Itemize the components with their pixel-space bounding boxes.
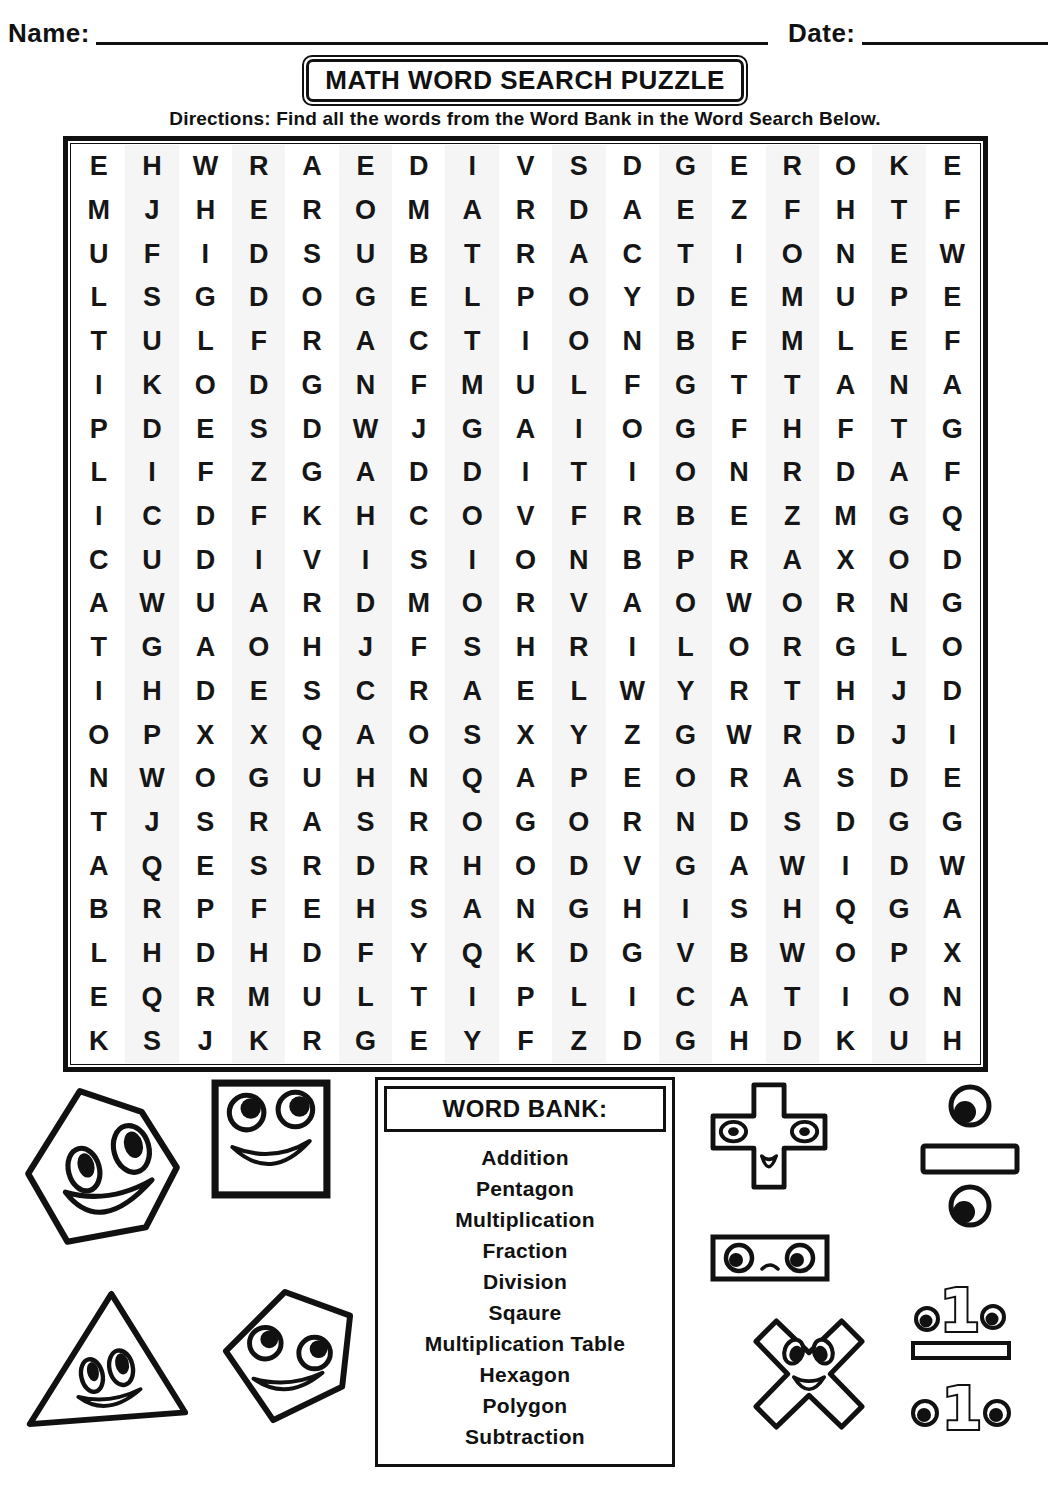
grid-cell[interactable]: O	[606, 407, 659, 451]
grid-cell[interactable]: F	[232, 888, 285, 932]
grid-cell[interactable]: G	[339, 1019, 392, 1063]
grid-cell[interactable]: A	[339, 320, 392, 364]
grid-cell[interactable]: S	[392, 888, 445, 932]
grid-cell[interactable]: S	[339, 801, 392, 845]
grid-cell[interactable]: K	[232, 1019, 285, 1063]
grid-cell[interactable]: D	[179, 495, 232, 539]
grid-cell[interactable]: H	[499, 626, 552, 670]
grid-cell[interactable]: F	[125, 232, 178, 276]
grid-cell[interactable]: A	[72, 582, 125, 626]
grid-cell[interactable]: H	[179, 189, 232, 233]
grid-cell[interactable]: D	[659, 276, 712, 320]
grid-cell[interactable]: L	[552, 976, 605, 1020]
grid-cell[interactable]: K	[125, 364, 178, 408]
grid-cell[interactable]: O	[285, 276, 338, 320]
grid-cell[interactable]: I	[72, 364, 125, 408]
grid-cell[interactable]: I	[232, 538, 285, 582]
grid-cell[interactable]: P	[659, 538, 712, 582]
grid-cell[interactable]: S	[445, 626, 498, 670]
grid-cell[interactable]: E	[872, 320, 925, 364]
grid-cell[interactable]: G	[285, 364, 338, 408]
grid-cell[interactable]: I	[339, 538, 392, 582]
grid-cell[interactable]: C	[72, 538, 125, 582]
grid-cell[interactable]: D	[179, 670, 232, 714]
grid-cell[interactable]: R	[392, 801, 445, 845]
grid-cell[interactable]: N	[339, 364, 392, 408]
grid-cell[interactable]: W	[766, 844, 819, 888]
grid-cell[interactable]: I	[659, 888, 712, 932]
grid-cell[interactable]: O	[179, 757, 232, 801]
grid-cell[interactable]: W	[606, 670, 659, 714]
grid-cell[interactable]: W	[339, 407, 392, 451]
grid-cell[interactable]: N	[926, 976, 979, 1020]
grid-cell[interactable]: Z	[766, 495, 819, 539]
grid-cell[interactable]: H	[125, 932, 178, 976]
grid-cell[interactable]: H	[712, 1019, 765, 1063]
grid-cell[interactable]: H	[125, 145, 178, 189]
grid-cell[interactable]: T	[766, 670, 819, 714]
grid-cell[interactable]: D	[926, 538, 979, 582]
grid-cell[interactable]: I	[72, 495, 125, 539]
grid-cell[interactable]: O	[659, 757, 712, 801]
grid-cell[interactable]: G	[872, 888, 925, 932]
grid-cell[interactable]: M	[766, 276, 819, 320]
grid-cell[interactable]: L	[819, 320, 872, 364]
grid-cell[interactable]: D	[552, 932, 605, 976]
grid-cell[interactable]: A	[872, 451, 925, 495]
grid-cell[interactable]: A	[179, 626, 232, 670]
grid-cell[interactable]: M	[72, 189, 125, 233]
grid-cell[interactable]: Z	[606, 713, 659, 757]
grid-cell[interactable]: M	[232, 976, 285, 1020]
grid-cell[interactable]: P	[125, 713, 178, 757]
grid-cell[interactable]: D	[232, 276, 285, 320]
grid-cell[interactable]: E	[232, 670, 285, 714]
grid-cell[interactable]: E	[179, 407, 232, 451]
grid-cell[interactable]: R	[766, 713, 819, 757]
grid-cell[interactable]: D	[285, 407, 338, 451]
grid-cell[interactable]: E	[872, 232, 925, 276]
grid-cell[interactable]: W	[712, 582, 765, 626]
grid-cell[interactable]: O	[659, 451, 712, 495]
grid-cell[interactable]: U	[125, 538, 178, 582]
grid-cell[interactable]: S	[819, 757, 872, 801]
grid-cell[interactable]: D	[232, 232, 285, 276]
grid-cell[interactable]: I	[606, 976, 659, 1020]
grid-cell[interactable]: D	[552, 844, 605, 888]
grid-cell[interactable]: J	[872, 713, 925, 757]
grid-cell[interactable]: F	[552, 495, 605, 539]
grid-cell[interactable]: Q	[445, 932, 498, 976]
grid-cell[interactable]: S	[125, 276, 178, 320]
grid-cell[interactable]: R	[819, 582, 872, 626]
grid-cell[interactable]: C	[606, 232, 659, 276]
grid-cell[interactable]: O	[339, 189, 392, 233]
grid-cell[interactable]: T	[766, 976, 819, 1020]
grid-cell[interactable]: L	[872, 626, 925, 670]
grid-cell[interactable]: U	[819, 276, 872, 320]
grid-cell[interactable]: W	[125, 757, 178, 801]
grid-cell[interactable]: D	[179, 932, 232, 976]
grid-cell[interactable]: E	[926, 757, 979, 801]
grid-cell[interactable]: A	[766, 538, 819, 582]
grid-cell[interactable]: S	[445, 713, 498, 757]
grid-cell[interactable]: S	[232, 407, 285, 451]
grid-cell[interactable]: R	[285, 1019, 338, 1063]
grid-cell[interactable]: R	[766, 451, 819, 495]
grid-cell[interactable]: H	[285, 626, 338, 670]
grid-cell[interactable]: R	[766, 626, 819, 670]
grid-cell[interactable]: R	[285, 189, 338, 233]
grid-cell[interactable]: C	[659, 976, 712, 1020]
grid-cell[interactable]: W	[125, 582, 178, 626]
grid-cell[interactable]: C	[392, 495, 445, 539]
grid-cell[interactable]: T	[766, 364, 819, 408]
grid-cell[interactable]: F	[392, 626, 445, 670]
grid-cell[interactable]: T	[72, 801, 125, 845]
grid-cell[interactable]: M	[445, 364, 498, 408]
grid-cell[interactable]: W	[926, 232, 979, 276]
grid-cell[interactable]: D	[872, 757, 925, 801]
grid-cell[interactable]: G	[926, 582, 979, 626]
grid-cell[interactable]: D	[285, 932, 338, 976]
grid-cell[interactable]: U	[285, 757, 338, 801]
grid-cell[interactable]: R	[606, 495, 659, 539]
grid-cell[interactable]: S	[392, 538, 445, 582]
grid-cell[interactable]: P	[552, 757, 605, 801]
grid-cell[interactable]: A	[926, 888, 979, 932]
grid-cell[interactable]: I	[819, 844, 872, 888]
grid-cell[interactable]: H	[339, 495, 392, 539]
grid-cell[interactable]: R	[712, 538, 765, 582]
grid-cell[interactable]: O	[659, 582, 712, 626]
grid-cell[interactable]: F	[232, 320, 285, 364]
grid-cell[interactable]: G	[606, 932, 659, 976]
grid-cell[interactable]: E	[606, 757, 659, 801]
grid-cell[interactable]: Z	[232, 451, 285, 495]
grid-cell[interactable]: S	[232, 844, 285, 888]
grid-cell[interactable]: O	[766, 582, 819, 626]
grid-cell[interactable]: W	[766, 932, 819, 976]
grid-cell[interactable]: I	[819, 976, 872, 1020]
grid-cell[interactable]: Y	[659, 670, 712, 714]
grid-cell[interactable]: G	[926, 407, 979, 451]
grid-cell[interactable]: A	[712, 976, 765, 1020]
grid-cell[interactable]: O	[552, 801, 605, 845]
grid-cell[interactable]: U	[339, 232, 392, 276]
grid-cell[interactable]: P	[179, 888, 232, 932]
grid-cell[interactable]: K	[499, 932, 552, 976]
grid-cell[interactable]: U	[125, 320, 178, 364]
grid-cell[interactable]: T	[872, 407, 925, 451]
grid-cell[interactable]: D	[125, 407, 178, 451]
grid-cell[interactable]: A	[445, 670, 498, 714]
grid-cell[interactable]: I	[179, 232, 232, 276]
grid-cell[interactable]: R	[392, 844, 445, 888]
grid-cell[interactable]: E	[179, 844, 232, 888]
grid-cell[interactable]: W	[712, 713, 765, 757]
grid-cell[interactable]: G	[926, 801, 979, 845]
grid-cell[interactable]: F	[392, 364, 445, 408]
grid-cell[interactable]: D	[179, 538, 232, 582]
grid-cell[interactable]: F	[766, 189, 819, 233]
grid-cell[interactable]: O	[552, 276, 605, 320]
grid-cell[interactable]: D	[232, 364, 285, 408]
grid-cell[interactable]: N	[72, 757, 125, 801]
grid-cell[interactable]: D	[392, 451, 445, 495]
grid-cell[interactable]: L	[445, 276, 498, 320]
grid-cell[interactable]: G	[339, 276, 392, 320]
grid-cell[interactable]: I	[125, 451, 178, 495]
grid-cell[interactable]: O	[392, 713, 445, 757]
grid-cell[interactable]: Y	[392, 932, 445, 976]
grid-cell[interactable]: O	[819, 932, 872, 976]
grid-cell[interactable]: L	[659, 626, 712, 670]
grid-cell[interactable]: A	[339, 713, 392, 757]
grid-cell[interactable]: M	[392, 582, 445, 626]
grid-cell[interactable]: H	[819, 189, 872, 233]
grid-cell[interactable]: J	[339, 626, 392, 670]
grid-cell[interactable]: N	[712, 451, 765, 495]
grid-cell[interactable]: E	[659, 189, 712, 233]
grid-cell[interactable]: F	[232, 495, 285, 539]
grid-cell[interactable]: D	[339, 844, 392, 888]
grid-cell[interactable]: Y	[552, 713, 605, 757]
grid-cell[interactable]: A	[445, 189, 498, 233]
grid-cell[interactable]: M	[766, 320, 819, 364]
grid-cell[interactable]: E	[712, 276, 765, 320]
grid-cell[interactable]: J	[125, 189, 178, 233]
grid-cell[interactable]: E	[926, 276, 979, 320]
grid-cell[interactable]: O	[499, 538, 552, 582]
grid-cell[interactable]: X	[232, 713, 285, 757]
grid-cell[interactable]: E	[285, 888, 338, 932]
grid-cell[interactable]: I	[712, 232, 765, 276]
grid-cell[interactable]: T	[392, 976, 445, 1020]
grid-cell[interactable]: I	[926, 713, 979, 757]
grid-cell[interactable]: F	[926, 451, 979, 495]
grid-cell[interactable]: T	[445, 320, 498, 364]
grid-cell[interactable]: R	[606, 801, 659, 845]
grid-cell[interactable]: R	[712, 757, 765, 801]
grid-cell[interactable]: E	[712, 495, 765, 539]
grid-cell[interactable]: T	[552, 451, 605, 495]
grid-cell[interactable]: R	[232, 145, 285, 189]
grid-cell[interactable]: X	[179, 713, 232, 757]
grid-cell[interactable]: J	[872, 670, 925, 714]
grid-cell[interactable]: P	[872, 932, 925, 976]
grid-cell[interactable]: T	[72, 626, 125, 670]
grid-cell[interactable]: T	[659, 232, 712, 276]
grid-cell[interactable]: I	[606, 626, 659, 670]
grid-cell[interactable]: A	[819, 364, 872, 408]
grid-cell[interactable]: D	[819, 713, 872, 757]
grid-cell[interactable]: O	[552, 320, 605, 364]
grid-cell[interactable]: G	[659, 713, 712, 757]
grid-cell[interactable]: S	[285, 670, 338, 714]
grid-cell[interactable]: J	[179, 1019, 232, 1063]
name-blank-line[interactable]	[96, 42, 768, 45]
grid-cell[interactable]: H	[766, 888, 819, 932]
grid-cell[interactable]: O	[179, 364, 232, 408]
grid-cell[interactable]: A	[339, 451, 392, 495]
grid-cell[interactable]: G	[125, 626, 178, 670]
grid-cell[interactable]: B	[392, 232, 445, 276]
grid-cell[interactable]: X	[499, 713, 552, 757]
grid-cell[interactable]: C	[339, 670, 392, 714]
grid-cell[interactable]: E	[392, 1019, 445, 1063]
grid-cell[interactable]: N	[552, 538, 605, 582]
grid-cell[interactable]: P	[499, 276, 552, 320]
grid-cell[interactable]: V	[659, 932, 712, 976]
grid-cell[interactable]: E	[339, 145, 392, 189]
grid-cell[interactable]: R	[125, 888, 178, 932]
grid-cell[interactable]: C	[392, 320, 445, 364]
grid-cell[interactable]: L	[72, 451, 125, 495]
grid-cell[interactable]: V	[606, 844, 659, 888]
grid-cell[interactable]: G	[659, 364, 712, 408]
grid-cell[interactable]: T	[445, 232, 498, 276]
grid-cell[interactable]: W	[926, 844, 979, 888]
grid-cell[interactable]: Q	[445, 757, 498, 801]
grid-cell[interactable]: W	[179, 145, 232, 189]
grid-cell[interactable]: L	[72, 932, 125, 976]
grid-cell[interactable]: M	[819, 495, 872, 539]
grid-cell[interactable]: Q	[926, 495, 979, 539]
grid-cell[interactable]: O	[766, 232, 819, 276]
grid-cell[interactable]: G	[872, 801, 925, 845]
grid-cell[interactable]: R	[285, 844, 338, 888]
grid-cell[interactable]: F	[926, 189, 979, 233]
grid-cell[interactable]: I	[499, 451, 552, 495]
grid-cell[interactable]: D	[552, 189, 605, 233]
grid-cell[interactable]: N	[392, 757, 445, 801]
grid-cell[interactable]: N	[872, 582, 925, 626]
grid-cell[interactable]: A	[606, 582, 659, 626]
grid-cell[interactable]: U	[285, 976, 338, 1020]
grid-cell[interactable]: Q	[125, 976, 178, 1020]
grid-cell[interactable]: U	[72, 232, 125, 276]
grid-cell[interactable]: A	[72, 844, 125, 888]
grid-cell[interactable]: F	[712, 407, 765, 451]
grid-cell[interactable]: I	[445, 538, 498, 582]
grid-cell[interactable]: F	[499, 1019, 552, 1063]
grid-cell[interactable]: L	[179, 320, 232, 364]
grid-cell[interactable]: V	[552, 582, 605, 626]
grid-cell[interactable]: E	[72, 145, 125, 189]
grid-cell[interactable]: E	[499, 670, 552, 714]
grid-cell[interactable]: E	[232, 189, 285, 233]
grid-cell[interactable]: D	[606, 145, 659, 189]
grid-cell[interactable]: X	[926, 932, 979, 976]
grid-cell[interactable]: J	[392, 407, 445, 451]
grid-cell[interactable]: L	[552, 364, 605, 408]
grid-cell[interactable]: D	[872, 844, 925, 888]
grid-cell[interactable]: G	[232, 757, 285, 801]
grid-cell[interactable]: K	[285, 495, 338, 539]
grid-cell[interactable]: K	[72, 1019, 125, 1063]
grid-cell[interactable]: A	[285, 801, 338, 845]
grid-cell[interactable]: Y	[606, 276, 659, 320]
grid-cell[interactable]: O	[926, 626, 979, 670]
grid-cell[interactable]: U	[179, 582, 232, 626]
grid-cell[interactable]: P	[872, 276, 925, 320]
grid-cell[interactable]: P	[72, 407, 125, 451]
grid-cell[interactable]: D	[606, 1019, 659, 1063]
grid-cell[interactable]: R	[712, 670, 765, 714]
grid-cell[interactable]: G	[659, 1019, 712, 1063]
grid-cell[interactable]: A	[926, 364, 979, 408]
grid-cell[interactable]: H	[766, 407, 819, 451]
grid-cell[interactable]: G	[552, 888, 605, 932]
grid-cell[interactable]: U	[872, 1019, 925, 1063]
grid-cell[interactable]: H	[606, 888, 659, 932]
grid-cell[interactable]: O	[445, 582, 498, 626]
grid-cell[interactable]: R	[392, 670, 445, 714]
grid-cell[interactable]: R	[285, 582, 338, 626]
grid-cell[interactable]: H	[339, 888, 392, 932]
grid-cell[interactable]: A	[285, 145, 338, 189]
grid-cell[interactable]: A	[766, 757, 819, 801]
grid-cell[interactable]: A	[445, 888, 498, 932]
grid-cell[interactable]: F	[819, 407, 872, 451]
grid-cell[interactable]: G	[445, 407, 498, 451]
grid-cell[interactable]: A	[606, 189, 659, 233]
grid-cell[interactable]: A	[712, 844, 765, 888]
grid-cell[interactable]: V	[499, 495, 552, 539]
grid-cell[interactable]: G	[819, 626, 872, 670]
grid-cell[interactable]: S	[766, 801, 819, 845]
grid-cell[interactable]: Z	[712, 189, 765, 233]
grid-cell[interactable]: G	[499, 801, 552, 845]
grid-cell[interactable]: I	[606, 451, 659, 495]
grid-cell[interactable]: E	[392, 276, 445, 320]
grid-cell[interactable]: T	[72, 320, 125, 364]
grid-cell[interactable]: D	[445, 451, 498, 495]
grid-cell[interactable]: N	[819, 232, 872, 276]
grid-cell[interactable]: I	[445, 976, 498, 1020]
grid-cell[interactable]: G	[659, 407, 712, 451]
grid-cell[interactable]: O	[445, 495, 498, 539]
grid-cell[interactable]: Y	[445, 1019, 498, 1063]
grid-cell[interactable]: P	[499, 976, 552, 1020]
grid-cell[interactable]: F	[712, 320, 765, 364]
grid-cell[interactable]: L	[339, 976, 392, 1020]
grid-cell[interactable]: S	[712, 888, 765, 932]
grid-cell[interactable]: N	[872, 364, 925, 408]
grid-cell[interactable]: B	[659, 495, 712, 539]
grid-cell[interactable]: O	[232, 626, 285, 670]
grid-cell[interactable]: B	[712, 932, 765, 976]
grid-cell[interactable]: D	[712, 801, 765, 845]
grid-cell[interactable]: O	[872, 538, 925, 582]
grid-cell[interactable]: D	[926, 670, 979, 714]
date-blank-line[interactable]	[862, 42, 1048, 45]
grid-cell[interactable]: E	[712, 145, 765, 189]
grid-cell[interactable]: A	[232, 582, 285, 626]
grid-cell[interactable]: T	[872, 189, 925, 233]
grid-cell[interactable]: D	[766, 1019, 819, 1063]
grid-cell[interactable]: N	[606, 320, 659, 364]
grid-cell[interactable]: G	[872, 495, 925, 539]
grid-cell[interactable]: S	[285, 232, 338, 276]
grid-cell[interactable]: G	[285, 451, 338, 495]
grid-cell[interactable]: O	[712, 626, 765, 670]
grid-cell[interactable]: E	[926, 145, 979, 189]
grid-cell[interactable]: O	[72, 713, 125, 757]
grid-cell[interactable]: J	[125, 801, 178, 845]
grid-cell[interactable]: G	[659, 145, 712, 189]
